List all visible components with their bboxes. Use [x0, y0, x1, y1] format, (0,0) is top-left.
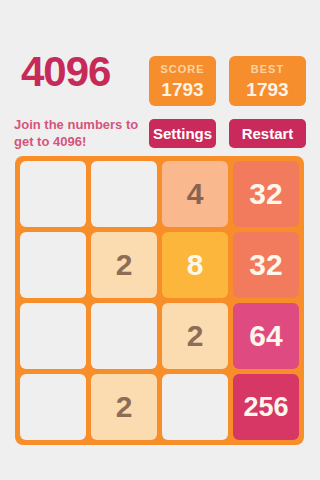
- score-box: SCORE 1793: [149, 56, 216, 106]
- empty-cell-r3c2: [91, 303, 157, 369]
- app-canvas: 4096 Join the numbers to get to 4096! SC…: [0, 0, 320, 480]
- game-board[interactable]: 43228322642256: [15, 156, 304, 445]
- best-box: BEST 1793: [229, 56, 306, 106]
- game-title: 4096: [21, 51, 110, 93]
- empty-cell-r1c2: [91, 161, 157, 227]
- settings-button[interactable]: Settings: [149, 119, 216, 148]
- empty-cell-r2c1: [20, 232, 86, 298]
- game-subtitle-line1: Join the numbers to: [14, 117, 138, 132]
- tile-4-r1c3: 4: [162, 161, 228, 227]
- empty-cell-r1c1: [20, 161, 86, 227]
- game-subtitle-line2: get to 4096!: [14, 134, 86, 149]
- empty-cell-r3c1: [20, 303, 86, 369]
- game-subtitle: Join the numbers to get to 4096!: [14, 116, 138, 150]
- best-value: 1793: [246, 79, 288, 101]
- empty-cell-r4c3: [162, 374, 228, 440]
- tile-2-r3c3: 2: [162, 303, 228, 369]
- empty-cell-r4c1: [20, 374, 86, 440]
- tile-8-r2c3: 8: [162, 232, 228, 298]
- score-label: SCORE: [160, 63, 204, 75]
- tile-64-r3c4: 64: [233, 303, 299, 369]
- restart-button[interactable]: Restart: [229, 119, 306, 148]
- tile-32-r1c4: 32: [233, 161, 299, 227]
- tile-2-r2c2: 2: [91, 232, 157, 298]
- tile-256-r4c4: 256: [233, 374, 299, 440]
- tile-2-r4c2: 2: [91, 374, 157, 440]
- best-label: BEST: [251, 63, 284, 75]
- tile-32-r2c4: 32: [233, 232, 299, 298]
- score-value: 1793: [161, 79, 203, 101]
